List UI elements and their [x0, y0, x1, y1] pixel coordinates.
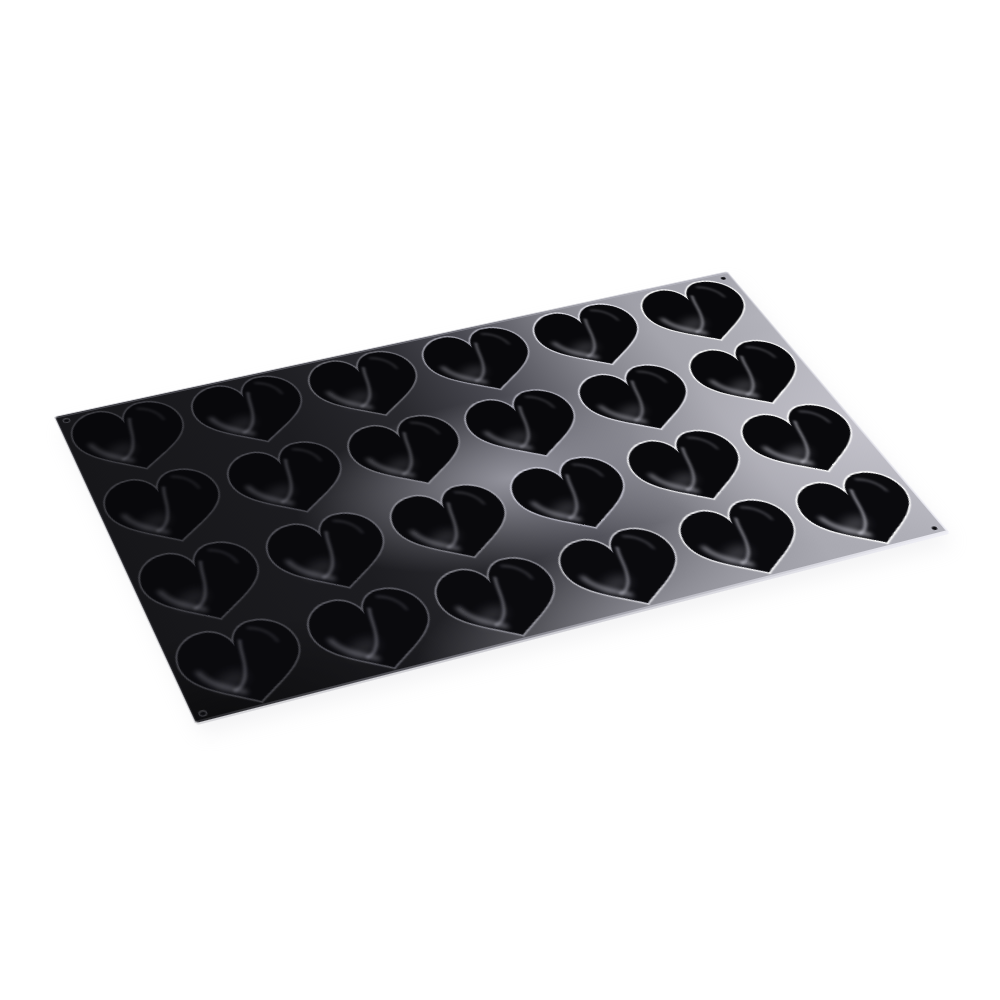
product-photo — [0, 0, 1000, 1000]
